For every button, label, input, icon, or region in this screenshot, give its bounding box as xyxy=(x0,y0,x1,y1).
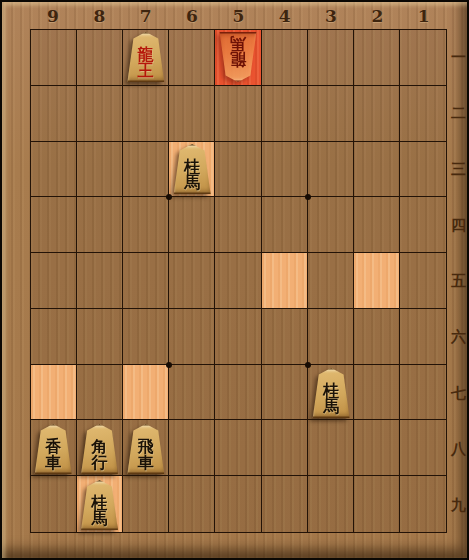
square-1g[interactable] xyxy=(400,365,446,421)
star-point xyxy=(305,194,311,200)
square-2g[interactable] xyxy=(354,365,400,421)
square-5f[interactable] xyxy=(215,309,261,365)
piece-bishop-8h[interactable]: 角行 xyxy=(79,424,119,474)
square-5c[interactable] xyxy=(215,142,261,198)
square-3b[interactable] xyxy=(308,86,354,142)
square-4i[interactable] xyxy=(262,476,308,532)
square-5g[interactable] xyxy=(215,365,261,421)
square-3h[interactable] xyxy=(308,420,354,476)
square-3f[interactable] xyxy=(308,309,354,365)
square-8a[interactable] xyxy=(77,30,123,86)
square-4d[interactable] xyxy=(262,197,308,253)
square-4c[interactable] xyxy=(262,142,308,198)
square-2b[interactable] xyxy=(354,86,400,142)
square-8e[interactable] xyxy=(77,253,123,309)
square-2h[interactable] xyxy=(354,420,400,476)
square-6g[interactable] xyxy=(169,365,215,421)
star-point xyxy=(305,362,311,368)
piece-body: 桂馬 xyxy=(79,480,119,530)
piece-knight-3g[interactable]: 桂馬 xyxy=(311,368,351,418)
rank-label-b: 二 xyxy=(447,85,469,141)
square-1e[interactable] xyxy=(400,253,446,309)
square-5i[interactable] xyxy=(215,476,261,532)
square-9e[interactable] xyxy=(31,253,77,309)
file-label-6: 6 xyxy=(169,3,215,28)
square-8c[interactable] xyxy=(77,142,123,198)
square-6i[interactable] xyxy=(169,476,215,532)
square-3c[interactable] xyxy=(308,142,354,198)
square-1c[interactable] xyxy=(400,142,446,198)
piece-dragon-king-7a[interactable]: 龍王 xyxy=(126,32,166,82)
square-9b[interactable] xyxy=(31,86,77,142)
square-2a[interactable] xyxy=(354,30,400,86)
file-label-4: 4 xyxy=(262,3,308,28)
piece-kanji: 王 xyxy=(138,63,154,79)
piece-rook-7h[interactable]: 飛車 xyxy=(126,424,166,474)
rank-label-a: 一 xyxy=(447,29,469,85)
square-9c[interactable] xyxy=(31,142,77,198)
square-8b[interactable] xyxy=(77,86,123,142)
piece-kanji: 車 xyxy=(138,455,154,471)
piece-kanji: 馬 xyxy=(323,399,339,415)
piece-body: 角行 xyxy=(79,424,119,474)
square-1b[interactable] xyxy=(400,86,446,142)
piece-knight-8i[interactable]: 桂馬 xyxy=(79,480,119,530)
square-4h[interactable] xyxy=(262,420,308,476)
square-7d[interactable] xyxy=(123,197,169,253)
square-3a[interactable] xyxy=(308,30,354,86)
square-6f[interactable] xyxy=(169,309,215,365)
piece-dragon-horse-5a[interactable]: 龍馬 xyxy=(218,32,258,82)
rank-label-e: 五 xyxy=(447,253,469,309)
square-6h[interactable] xyxy=(169,420,215,476)
square-5h[interactable] xyxy=(215,420,261,476)
rank-label-f: 六 xyxy=(447,309,469,365)
star-point xyxy=(166,194,172,200)
square-7g[interactable] xyxy=(123,365,169,421)
square-5e[interactable] xyxy=(215,253,261,309)
square-6d[interactable] xyxy=(169,197,215,253)
square-4a[interactable] xyxy=(262,30,308,86)
piece-kanji: 車 xyxy=(45,455,61,471)
piece-body: 桂馬 xyxy=(311,368,351,418)
square-4e[interactable] xyxy=(262,253,308,309)
piece-lance-9h[interactable]: 香車 xyxy=(33,424,73,474)
file-label-2: 2 xyxy=(354,3,400,28)
square-2d[interactable] xyxy=(354,197,400,253)
square-4g[interactable] xyxy=(262,365,308,421)
square-5b[interactable] xyxy=(215,86,261,142)
square-4b[interactable] xyxy=(262,86,308,142)
square-2e[interactable] xyxy=(354,253,400,309)
square-2c[interactable] xyxy=(354,142,400,198)
piece-body: 龍王 xyxy=(126,32,166,82)
square-6e[interactable] xyxy=(169,253,215,309)
square-3e[interactable] xyxy=(308,253,354,309)
piece-kanji: 馬 xyxy=(230,35,246,51)
rank-label-h: 八 xyxy=(447,421,469,477)
square-8d[interactable] xyxy=(77,197,123,253)
square-2i[interactable] xyxy=(354,476,400,532)
square-2f[interactable] xyxy=(354,309,400,365)
square-9g[interactable] xyxy=(31,365,77,421)
square-8g[interactable] xyxy=(77,365,123,421)
piece-kanji: 龍 xyxy=(230,51,246,67)
file-label-9: 9 xyxy=(30,3,76,28)
square-9a[interactable] xyxy=(31,30,77,86)
file-label-8: 8 xyxy=(76,3,122,28)
square-9f[interactable] xyxy=(31,309,77,365)
square-1a[interactable] xyxy=(400,30,446,86)
file-label-5: 5 xyxy=(215,3,261,28)
square-4f[interactable] xyxy=(262,309,308,365)
piece-kanji: 行 xyxy=(91,455,107,471)
square-1f[interactable] xyxy=(400,309,446,365)
square-7e[interactable] xyxy=(123,253,169,309)
file-label-3: 3 xyxy=(308,3,354,28)
square-3d[interactable] xyxy=(308,197,354,253)
rank-label-c: 三 xyxy=(447,141,469,197)
square-7b[interactable] xyxy=(123,86,169,142)
shogi-board-frame: 987654321一二三四五六七八九龍王龍馬桂馬桂馬香車角行飛車桂馬 xyxy=(0,0,469,560)
square-1d[interactable] xyxy=(400,197,446,253)
piece-kanji: 馬 xyxy=(91,511,107,527)
square-6b[interactable] xyxy=(169,86,215,142)
piece-kanji: 馬 xyxy=(184,175,200,191)
rank-label-d: 四 xyxy=(447,197,469,253)
piece-body: 飛車 xyxy=(126,424,166,474)
square-7f[interactable] xyxy=(123,309,169,365)
square-1i[interactable] xyxy=(400,476,446,532)
square-9i[interactable] xyxy=(31,476,77,532)
square-7c[interactable] xyxy=(123,142,169,198)
rank-label-i: 九 xyxy=(447,477,469,533)
file-label-1: 1 xyxy=(401,3,447,28)
square-7i[interactable] xyxy=(123,476,169,532)
square-3i[interactable] xyxy=(308,476,354,532)
star-point xyxy=(166,362,172,368)
square-6a[interactable] xyxy=(169,30,215,86)
piece-body: 龍馬 xyxy=(218,32,258,82)
piece-knight-6c[interactable]: 桂馬 xyxy=(172,144,212,194)
piece-body: 香車 xyxy=(33,424,73,474)
square-8f[interactable] xyxy=(77,309,123,365)
piece-body: 桂馬 xyxy=(172,144,212,194)
square-9d[interactable] xyxy=(31,197,77,253)
file-label-7: 7 xyxy=(123,3,169,28)
square-5d[interactable] xyxy=(215,197,261,253)
square-1h[interactable] xyxy=(400,420,446,476)
rank-label-g: 七 xyxy=(447,365,469,421)
